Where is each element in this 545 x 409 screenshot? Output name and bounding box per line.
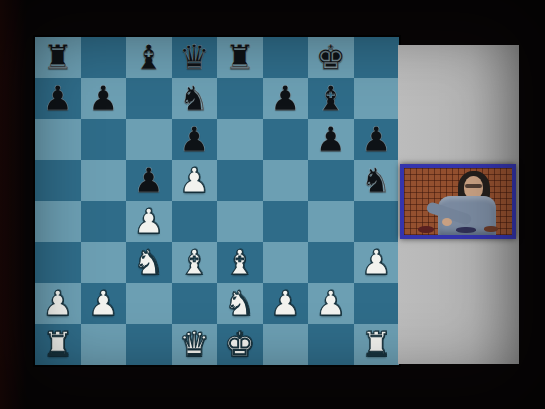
- black-rook-piece[interactable]: ♜: [43, 40, 73, 74]
- white-pawn-piece[interactable]: ♟: [88, 286, 118, 320]
- square-f8[interactable]: [263, 37, 309, 78]
- square-a2[interactable]: ♟: [35, 283, 81, 324]
- square-e1[interactable]: ♚: [217, 324, 263, 365]
- square-d4[interactable]: [172, 201, 218, 242]
- black-pawn-piece[interactable]: ♟: [43, 81, 73, 115]
- square-d2[interactable]: [172, 283, 218, 324]
- white-pawn-piece[interactable]: ♟: [43, 286, 73, 320]
- table-item: [484, 226, 498, 232]
- square-d3[interactable]: ♝: [172, 242, 218, 283]
- square-e6[interactable]: [217, 119, 263, 160]
- square-f1[interactable]: [263, 324, 309, 365]
- square-h2[interactable]: [354, 283, 400, 324]
- square-h3[interactable]: ♟: [354, 242, 400, 283]
- square-f2[interactable]: ♟: [263, 283, 309, 324]
- black-queen-piece[interactable]: ♛: [179, 40, 209, 74]
- white-bishop-piece[interactable]: ♝: [179, 245, 209, 279]
- square-h6[interactable]: ♟: [354, 119, 400, 160]
- white-pawn-piece[interactable]: ♟: [179, 163, 209, 197]
- square-a3[interactable]: [35, 242, 81, 283]
- square-g1[interactable]: [308, 324, 354, 365]
- white-pawn-piece[interactable]: ♟: [316, 286, 346, 320]
- square-b7[interactable]: ♟: [81, 78, 127, 119]
- chess-board[interactable]: ♜♝♛♜♚♟♟♞♟♝♟♟♟♟♟♞♟♞♝♝♟♟♟♞♟♟♜♛♚♜: [35, 37, 399, 365]
- square-d1[interactable]: ♛: [172, 324, 218, 365]
- square-f3[interactable]: [263, 242, 309, 283]
- white-knight-piece[interactable]: ♞: [134, 245, 164, 279]
- square-f7[interactable]: ♟: [263, 78, 309, 119]
- table-item: [456, 227, 476, 233]
- square-e2[interactable]: ♞: [217, 283, 263, 324]
- square-g4[interactable]: [308, 201, 354, 242]
- square-a6[interactable]: [35, 119, 81, 160]
- square-c7[interactable]: [126, 78, 172, 119]
- square-d7[interactable]: ♞: [172, 78, 218, 119]
- square-c5[interactable]: ♟: [126, 160, 172, 201]
- square-e8[interactable]: ♜: [217, 37, 263, 78]
- square-f4[interactable]: [263, 201, 309, 242]
- square-e7[interactable]: [217, 78, 263, 119]
- square-h8[interactable]: [354, 37, 400, 78]
- square-a4[interactable]: [35, 201, 81, 242]
- square-c1[interactable]: [126, 324, 172, 365]
- video-frame: ♜♝♛♜♚♟♟♞♟♝♟♟♟♟♟♞♟♞♝♝♟♟♟♞♟♟♜♛♚♜: [0, 0, 545, 409]
- frame-edge-tint: [0, 0, 34, 409]
- square-a1[interactable]: ♜: [35, 324, 81, 365]
- square-c6[interactable]: [126, 119, 172, 160]
- black-pawn-piece[interactable]: ♟: [88, 81, 118, 115]
- black-pawn-piece[interactable]: ♟: [179, 122, 209, 156]
- square-e3[interactable]: ♝: [217, 242, 263, 283]
- square-c3[interactable]: ♞: [126, 242, 172, 283]
- square-g8[interactable]: ♚: [308, 37, 354, 78]
- square-a8[interactable]: ♜: [35, 37, 81, 78]
- white-pawn-piece[interactable]: ♟: [134, 204, 164, 238]
- square-g5[interactable]: [308, 160, 354, 201]
- presenter-glasses-icon: [465, 184, 482, 188]
- square-c8[interactable]: ♝: [126, 37, 172, 78]
- square-h7[interactable]: [354, 78, 400, 119]
- black-bishop-piece[interactable]: ♝: [134, 40, 164, 74]
- square-g2[interactable]: ♟: [308, 283, 354, 324]
- square-g6[interactable]: ♟: [308, 119, 354, 160]
- square-e5[interactable]: [217, 160, 263, 201]
- square-d5[interactable]: ♟: [172, 160, 218, 201]
- square-b5[interactable]: [81, 160, 127, 201]
- square-b8[interactable]: [81, 37, 127, 78]
- square-h5[interactable]: ♞: [354, 160, 400, 201]
- black-pawn-piece[interactable]: ♟: [270, 81, 300, 115]
- white-knight-piece[interactable]: ♞: [225, 286, 255, 320]
- black-pawn-piece[interactable]: ♟: [134, 163, 164, 197]
- white-pawn-piece[interactable]: ♟: [270, 286, 300, 320]
- square-g3[interactable]: [308, 242, 354, 283]
- square-c2[interactable]: [126, 283, 172, 324]
- instructor-video: [400, 164, 516, 239]
- black-pawn-piece[interactable]: ♟: [361, 122, 391, 156]
- square-d6[interactable]: ♟: [172, 119, 218, 160]
- square-d8[interactable]: ♛: [172, 37, 218, 78]
- square-f6[interactable]: [263, 119, 309, 160]
- white-bishop-piece[interactable]: ♝: [225, 245, 255, 279]
- white-king-piece[interactable]: ♚: [225, 327, 255, 361]
- presenter-hand: [442, 218, 452, 226]
- black-knight-piece[interactable]: ♞: [361, 163, 391, 197]
- square-a7[interactable]: ♟: [35, 78, 81, 119]
- black-king-piece[interactable]: ♚: [316, 40, 346, 74]
- square-b6[interactable]: [81, 119, 127, 160]
- square-g7[interactable]: ♝: [308, 78, 354, 119]
- square-b4[interactable]: [81, 201, 127, 242]
- white-rook-piece[interactable]: ♜: [361, 327, 391, 361]
- square-h4[interactable]: [354, 201, 400, 242]
- table-item: [418, 226, 434, 233]
- square-a5[interactable]: [35, 160, 81, 201]
- white-queen-piece[interactable]: ♛: [179, 327, 209, 361]
- black-bishop-piece[interactable]: ♝: [316, 81, 346, 115]
- square-e4[interactable]: [217, 201, 263, 242]
- square-c4[interactable]: ♟: [126, 201, 172, 242]
- square-b1[interactable]: [81, 324, 127, 365]
- black-knight-piece[interactable]: ♞: [179, 81, 209, 115]
- square-b3[interactable]: [81, 242, 127, 283]
- black-pawn-piece[interactable]: ♟: [316, 122, 346, 156]
- white-rook-piece[interactable]: ♜: [43, 327, 73, 361]
- black-rook-piece[interactable]: ♜: [225, 40, 255, 74]
- square-f5[interactable]: [263, 160, 309, 201]
- square-h1[interactable]: ♜: [354, 324, 400, 365]
- white-pawn-piece[interactable]: ♟: [361, 245, 391, 279]
- square-b2[interactable]: ♟: [81, 283, 127, 324]
